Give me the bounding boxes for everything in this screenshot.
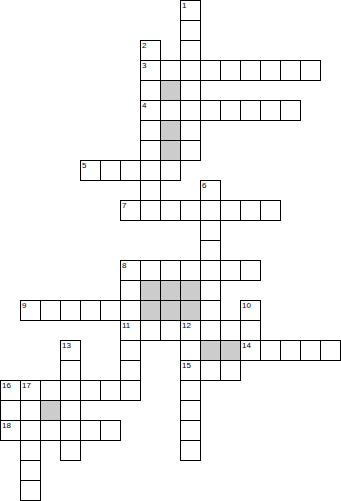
- answer-cell[interactable]: [140, 140, 161, 161]
- answer-cell[interactable]: [160, 100, 181, 121]
- blocked-cell: [180, 280, 201, 301]
- clue-number: 11: [122, 321, 130, 330]
- clue-number: 9: [22, 301, 26, 310]
- clue-number: 14: [242, 341, 251, 350]
- answer-cell[interactable]: 9: [20, 300, 41, 321]
- blocked-cell: [160, 300, 181, 321]
- answer-cell[interactable]: 5: [80, 160, 101, 181]
- crossword-board: 123456789101112131415161718: [0, 0, 341, 501]
- answer-cell[interactable]: [220, 100, 241, 121]
- blocked-cell: [160, 80, 181, 101]
- answer-cell[interactable]: [60, 300, 81, 321]
- answer-cell[interactable]: 8: [120, 260, 141, 281]
- answer-cell[interactable]: [220, 260, 241, 281]
- answer-cell[interactable]: [140, 120, 161, 141]
- answer-cell[interactable]: [60, 400, 81, 421]
- answer-cell[interactable]: [260, 200, 281, 221]
- answer-cell[interactable]: [220, 200, 241, 221]
- answer-cell[interactable]: [260, 100, 281, 121]
- answer-cell[interactable]: [100, 160, 121, 181]
- answer-cell[interactable]: [200, 240, 221, 261]
- answer-cell[interactable]: [200, 300, 221, 321]
- answer-cell[interactable]: [220, 60, 241, 81]
- blocked-cell: [200, 340, 221, 361]
- clue-number: 5: [82, 161, 86, 170]
- clue-number: 17: [22, 381, 31, 390]
- answer-cell[interactable]: [180, 20, 201, 41]
- answer-cell[interactable]: [160, 200, 181, 221]
- answer-cell[interactable]: [80, 420, 101, 441]
- answer-cell[interactable]: 1: [180, 0, 201, 21]
- answer-cell[interactable]: [180, 100, 201, 121]
- answer-cell[interactable]: [140, 80, 161, 101]
- answer-cell[interactable]: [220, 360, 241, 381]
- answer-cell[interactable]: 6: [200, 180, 221, 201]
- answer-cell[interactable]: [160, 60, 181, 81]
- clue-number: 6: [202, 181, 206, 190]
- answer-cell[interactable]: [20, 460, 41, 481]
- answer-cell[interactable]: 12: [180, 320, 201, 341]
- answer-cell[interactable]: [300, 60, 321, 81]
- answer-cell[interactable]: [260, 60, 281, 81]
- answer-cell[interactable]: [20, 480, 41, 501]
- clue-number: 18: [2, 421, 11, 430]
- answer-cell[interactable]: [200, 200, 221, 221]
- answer-cell[interactable]: [40, 300, 61, 321]
- answer-cell[interactable]: [120, 300, 141, 321]
- answer-cell[interactable]: [100, 420, 121, 441]
- blocked-cell: [180, 300, 201, 321]
- answer-cell[interactable]: [140, 200, 161, 221]
- answer-cell[interactable]: [160, 160, 181, 181]
- blocked-cell: [140, 280, 161, 301]
- answer-cell[interactable]: [200, 360, 221, 381]
- answer-cell[interactable]: 16: [0, 380, 21, 401]
- answer-cell[interactable]: [20, 440, 41, 461]
- answer-cell[interactable]: [280, 60, 301, 81]
- clue-number: 3: [142, 61, 146, 70]
- clue-number: 10: [242, 301, 251, 310]
- answer-cell[interactable]: [180, 260, 201, 281]
- answer-cell[interactable]: [20, 420, 41, 441]
- crossword-puzzle: 123456789101112131415161718: [0, 0, 341, 501]
- answer-cell[interactable]: [200, 100, 221, 121]
- answer-cell[interactable]: [240, 260, 261, 281]
- clue-number: 13: [62, 341, 71, 350]
- answer-cell[interactable]: 2: [140, 40, 161, 61]
- answer-cell[interactable]: 17: [20, 380, 41, 401]
- answer-cell[interactable]: [180, 420, 201, 441]
- answer-cell[interactable]: [40, 420, 61, 441]
- answer-cell[interactable]: [180, 40, 201, 61]
- answer-cell[interactable]: [0, 400, 21, 421]
- answer-cell[interactable]: [200, 260, 221, 281]
- answer-cell[interactable]: 7: [120, 200, 141, 221]
- answer-cell[interactable]: [160, 320, 181, 341]
- answer-cell[interactable]: [320, 340, 341, 361]
- answer-cell[interactable]: [140, 260, 161, 281]
- blocked-cell: [40, 400, 61, 421]
- answer-cell[interactable]: [120, 360, 141, 381]
- answer-cell[interactable]: [240, 200, 261, 221]
- answer-cell[interactable]: [240, 60, 261, 81]
- answer-cell[interactable]: [200, 280, 221, 301]
- clue-number: 1: [182, 1, 186, 10]
- answer-cell[interactable]: [280, 340, 301, 361]
- answer-cell[interactable]: [180, 200, 201, 221]
- answer-cell[interactable]: 13: [60, 340, 81, 361]
- clue-number: 16: [2, 381, 11, 390]
- answer-cell[interactable]: [60, 360, 81, 381]
- answer-cell[interactable]: [80, 380, 101, 401]
- answer-cell[interactable]: [180, 380, 201, 401]
- answer-cell[interactable]: [60, 380, 81, 401]
- answer-cell[interactable]: [120, 160, 141, 181]
- blocked-cell: [140, 300, 161, 321]
- answer-cell[interactable]: [140, 320, 161, 341]
- answer-cell[interactable]: 4: [140, 100, 161, 121]
- answer-cell[interactable]: [120, 280, 141, 301]
- answer-cell[interactable]: [180, 400, 201, 421]
- answer-cell[interactable]: [240, 100, 261, 121]
- answer-cell[interactable]: [120, 340, 141, 361]
- blocked-cell: [160, 280, 181, 301]
- answer-cell[interactable]: [180, 60, 201, 81]
- answer-cell[interactable]: [300, 340, 321, 361]
- answer-cell[interactable]: [180, 140, 201, 161]
- answer-cell[interactable]: [40, 380, 61, 401]
- answer-cell[interactable]: 10: [240, 300, 261, 321]
- blocked-cell: [160, 120, 181, 141]
- answer-cell[interactable]: [180, 340, 201, 361]
- answer-cell[interactable]: [80, 300, 101, 321]
- answer-cell[interactable]: 11: [120, 320, 141, 341]
- answer-cell[interactable]: [20, 400, 41, 421]
- answer-cell[interactable]: [220, 320, 241, 341]
- clue-number: 2: [142, 41, 146, 50]
- answer-cell[interactable]: [180, 440, 201, 461]
- answer-cell[interactable]: [60, 440, 81, 461]
- answer-cell[interactable]: [100, 300, 121, 321]
- answer-cell[interactable]: [180, 80, 201, 101]
- answer-cell[interactable]: [120, 380, 141, 401]
- clue-number: 12: [182, 321, 191, 330]
- answer-cell[interactable]: [240, 320, 261, 341]
- answer-cell[interactable]: [260, 340, 281, 361]
- answer-cell[interactable]: [60, 420, 81, 441]
- answer-cell[interactable]: [200, 60, 221, 81]
- answer-cell[interactable]: 3: [140, 60, 161, 81]
- answer-cell[interactable]: [160, 260, 181, 281]
- clue-number: 7: [122, 201, 126, 210]
- answer-cell[interactable]: 15: [180, 360, 201, 381]
- clue-number: 4: [142, 101, 146, 110]
- answer-cell[interactable]: [180, 120, 201, 141]
- answer-cell[interactable]: [140, 180, 161, 201]
- answer-cell[interactable]: [200, 320, 221, 341]
- clue-number: 8: [122, 261, 126, 270]
- blocked-cell: [160, 140, 181, 161]
- answer-cell[interactable]: 18: [0, 420, 21, 441]
- answer-cell[interactable]: [140, 160, 161, 181]
- clue-number: 15: [182, 361, 191, 370]
- answer-cell[interactable]: [100, 380, 121, 401]
- blocked-cell: [220, 340, 241, 361]
- answer-cell[interactable]: 14: [240, 340, 261, 361]
- answer-cell[interactable]: [200, 220, 221, 241]
- answer-cell[interactable]: [280, 100, 301, 121]
